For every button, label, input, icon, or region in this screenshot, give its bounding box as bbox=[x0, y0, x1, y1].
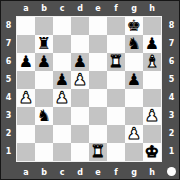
square-f4[interactable] bbox=[107, 89, 125, 107]
square-h5[interactable] bbox=[143, 71, 161, 89]
square-f2[interactable] bbox=[107, 125, 125, 143]
square-a6[interactable]: ♟ bbox=[17, 53, 35, 71]
piece-white-king[interactable]: ♚ bbox=[145, 143, 159, 161]
piece-black-pawn[interactable]: ♟ bbox=[127, 71, 141, 89]
piece-black-rook[interactable]: ♜ bbox=[37, 35, 51, 53]
piece-black-pawn[interactable]: ♟ bbox=[73, 53, 87, 71]
square-a4[interactable]: ♟ bbox=[17, 89, 35, 107]
square-g7[interactable]: ♞ bbox=[125, 35, 143, 53]
square-g3[interactable] bbox=[125, 107, 143, 125]
square-d3[interactable] bbox=[71, 107, 89, 125]
side-to-move-indicator bbox=[167, 167, 176, 176]
square-f5[interactable] bbox=[107, 71, 125, 89]
file-label-top-e: e bbox=[89, 2, 107, 15]
file-label-top-b: b bbox=[35, 2, 53, 15]
rank-label-right-3: 3 bbox=[165, 107, 178, 125]
rank-label-left-2: 2 bbox=[2, 125, 15, 143]
square-a8[interactable] bbox=[17, 17, 35, 35]
square-e4[interactable] bbox=[89, 89, 107, 107]
square-a7[interactable] bbox=[17, 35, 35, 53]
rank-label-right-2: 2 bbox=[165, 125, 178, 143]
piece-white-rook[interactable]: ♜ bbox=[91, 143, 105, 161]
rank-label-right-8: 8 bbox=[165, 17, 178, 35]
square-h4[interactable] bbox=[143, 89, 161, 107]
square-c5[interactable]: ♟ bbox=[53, 71, 71, 89]
chess-diagram: ♚♜♞♟♟♟♟♜♝♟♟♟♟♟♞♟♟♜♚ aabbccddeeffgghh8877… bbox=[0, 0, 180, 180]
square-c8[interactable] bbox=[53, 17, 71, 35]
square-b3[interactable]: ♞ bbox=[35, 107, 53, 125]
square-f8[interactable] bbox=[107, 17, 125, 35]
file-label-bottom-b: b bbox=[35, 166, 53, 179]
square-d1[interactable] bbox=[71, 143, 89, 161]
square-g8[interactable]: ♚ bbox=[125, 17, 143, 35]
square-f7[interactable] bbox=[107, 35, 125, 53]
piece-black-king[interactable]: ♚ bbox=[127, 17, 141, 35]
square-a1[interactable] bbox=[17, 143, 35, 161]
square-d4[interactable] bbox=[71, 89, 89, 107]
square-b4[interactable] bbox=[35, 89, 53, 107]
file-label-top-g: g bbox=[125, 2, 143, 15]
square-e6[interactable] bbox=[89, 53, 107, 71]
square-h3[interactable]: ♟ bbox=[143, 107, 161, 125]
rank-label-left-6: 6 bbox=[2, 53, 15, 71]
piece-white-bishop[interactable]: ♝ bbox=[145, 53, 159, 71]
file-label-bottom-e: e bbox=[89, 166, 107, 179]
board: ♚♜♞♟♟♟♟♜♝♟♟♟♟♟♞♟♟♜♚ bbox=[16, 16, 162, 162]
square-g2[interactable]: ♟ bbox=[125, 125, 143, 143]
file-label-bottom-c: c bbox=[53, 166, 71, 179]
piece-black-knight[interactable]: ♞ bbox=[37, 107, 51, 125]
piece-black-pawn[interactable]: ♟ bbox=[145, 35, 159, 53]
square-d2[interactable] bbox=[71, 125, 89, 143]
file-label-top-f: f bbox=[107, 2, 125, 15]
square-e8[interactable] bbox=[89, 17, 107, 35]
rank-label-left-8: 8 bbox=[2, 17, 15, 35]
square-b5[interactable] bbox=[35, 71, 53, 89]
square-g1[interactable] bbox=[125, 143, 143, 161]
piece-white-pawn[interactable]: ♟ bbox=[145, 107, 159, 125]
rank-label-left-5: 5 bbox=[2, 71, 15, 89]
rank-label-right-6: 6 bbox=[165, 53, 178, 71]
square-f3[interactable] bbox=[107, 107, 125, 125]
rank-label-left-4: 4 bbox=[2, 89, 15, 107]
square-b6[interactable]: ♟ bbox=[35, 53, 53, 71]
square-h1[interactable]: ♚ bbox=[143, 143, 161, 161]
square-a5[interactable] bbox=[17, 71, 35, 89]
square-c7[interactable] bbox=[53, 35, 71, 53]
file-label-top-d: d bbox=[71, 2, 89, 15]
square-d7[interactable] bbox=[71, 35, 89, 53]
rank-label-right-7: 7 bbox=[165, 35, 178, 53]
square-h7[interactable]: ♟ bbox=[143, 35, 161, 53]
file-label-top-a: a bbox=[17, 2, 35, 15]
square-e3[interactable] bbox=[89, 107, 107, 125]
file-label-bottom-g: g bbox=[125, 166, 143, 179]
square-c6[interactable] bbox=[53, 53, 71, 71]
square-g5[interactable]: ♟ bbox=[125, 71, 143, 89]
rank-label-right-1: 1 bbox=[165, 143, 178, 161]
rank-label-right-5: 5 bbox=[165, 71, 178, 89]
file-label-bottom-f: f bbox=[107, 166, 125, 179]
piece-black-pawn[interactable]: ♟ bbox=[55, 71, 69, 89]
square-e5[interactable] bbox=[89, 71, 107, 89]
square-c3[interactable] bbox=[53, 107, 71, 125]
square-d6[interactable]: ♟ bbox=[71, 53, 89, 71]
rank-label-left-7: 7 bbox=[2, 35, 15, 53]
piece-white-pawn[interactable]: ♟ bbox=[127, 125, 141, 143]
rank-label-right-4: 4 bbox=[165, 89, 178, 107]
piece-white-pawn[interactable]: ♟ bbox=[73, 71, 87, 89]
file-label-top-h: h bbox=[143, 2, 161, 15]
square-c2[interactable] bbox=[53, 125, 71, 143]
piece-black-pawn[interactable]: ♟ bbox=[19, 53, 33, 71]
square-d5[interactable]: ♟ bbox=[71, 71, 89, 89]
square-d8[interactable] bbox=[71, 17, 89, 35]
square-e7[interactable] bbox=[89, 35, 107, 53]
piece-white-pawn[interactable]: ♟ bbox=[19, 89, 33, 107]
square-h2[interactable] bbox=[143, 125, 161, 143]
file-label-bottom-h: h bbox=[143, 166, 161, 179]
file-label-bottom-a: a bbox=[17, 166, 35, 179]
square-f1[interactable] bbox=[107, 143, 125, 161]
square-c1[interactable] bbox=[53, 143, 71, 161]
square-e2[interactable] bbox=[89, 125, 107, 143]
square-b1[interactable] bbox=[35, 143, 53, 161]
square-g6[interactable] bbox=[125, 53, 143, 71]
piece-black-knight[interactable]: ♞ bbox=[127, 35, 141, 53]
piece-white-pawn[interactable]: ♟ bbox=[55, 89, 69, 107]
square-g4[interactable] bbox=[125, 89, 143, 107]
square-f6[interactable]: ♜ bbox=[107, 53, 125, 71]
square-a2[interactable] bbox=[17, 125, 35, 143]
square-h8[interactable] bbox=[143, 17, 161, 35]
square-a3[interactable] bbox=[17, 107, 35, 125]
square-b2[interactable] bbox=[35, 125, 53, 143]
square-c4[interactable]: ♟ bbox=[53, 89, 71, 107]
piece-black-pawn[interactable]: ♟ bbox=[37, 53, 51, 71]
square-b8[interactable] bbox=[35, 17, 53, 35]
square-h6[interactable]: ♝ bbox=[143, 53, 161, 71]
piece-white-rook[interactable]: ♜ bbox=[109, 53, 123, 71]
file-label-bottom-d: d bbox=[71, 166, 89, 179]
file-label-top-c: c bbox=[53, 2, 71, 15]
square-b7[interactable]: ♜ bbox=[35, 35, 53, 53]
rank-label-left-3: 3 bbox=[2, 107, 15, 125]
square-e1[interactable]: ♜ bbox=[89, 143, 107, 161]
rank-label-left-1: 1 bbox=[2, 143, 15, 161]
